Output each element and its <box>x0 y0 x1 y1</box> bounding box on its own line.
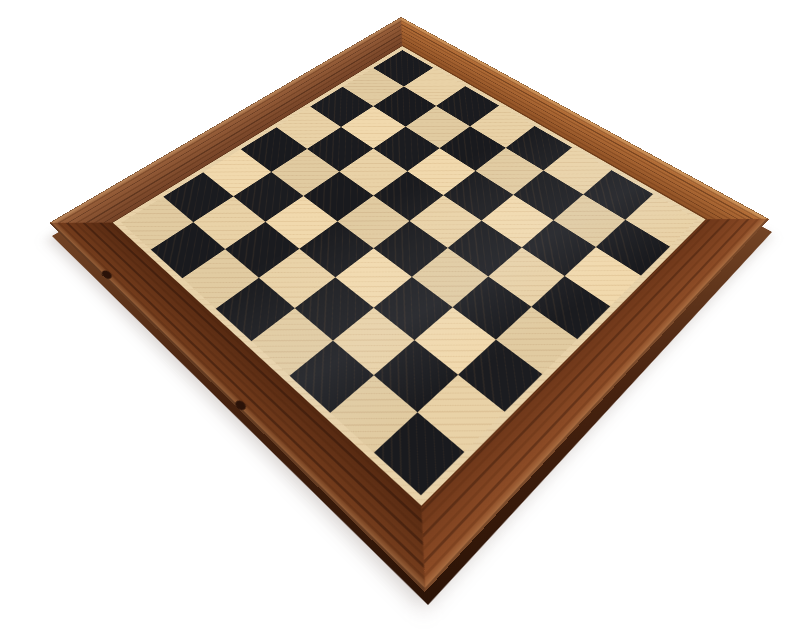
product-photo-scene <box>0 0 800 633</box>
maple-border-panel <box>113 46 706 506</box>
chess-board <box>49 17 769 592</box>
playing-area <box>121 50 697 495</box>
